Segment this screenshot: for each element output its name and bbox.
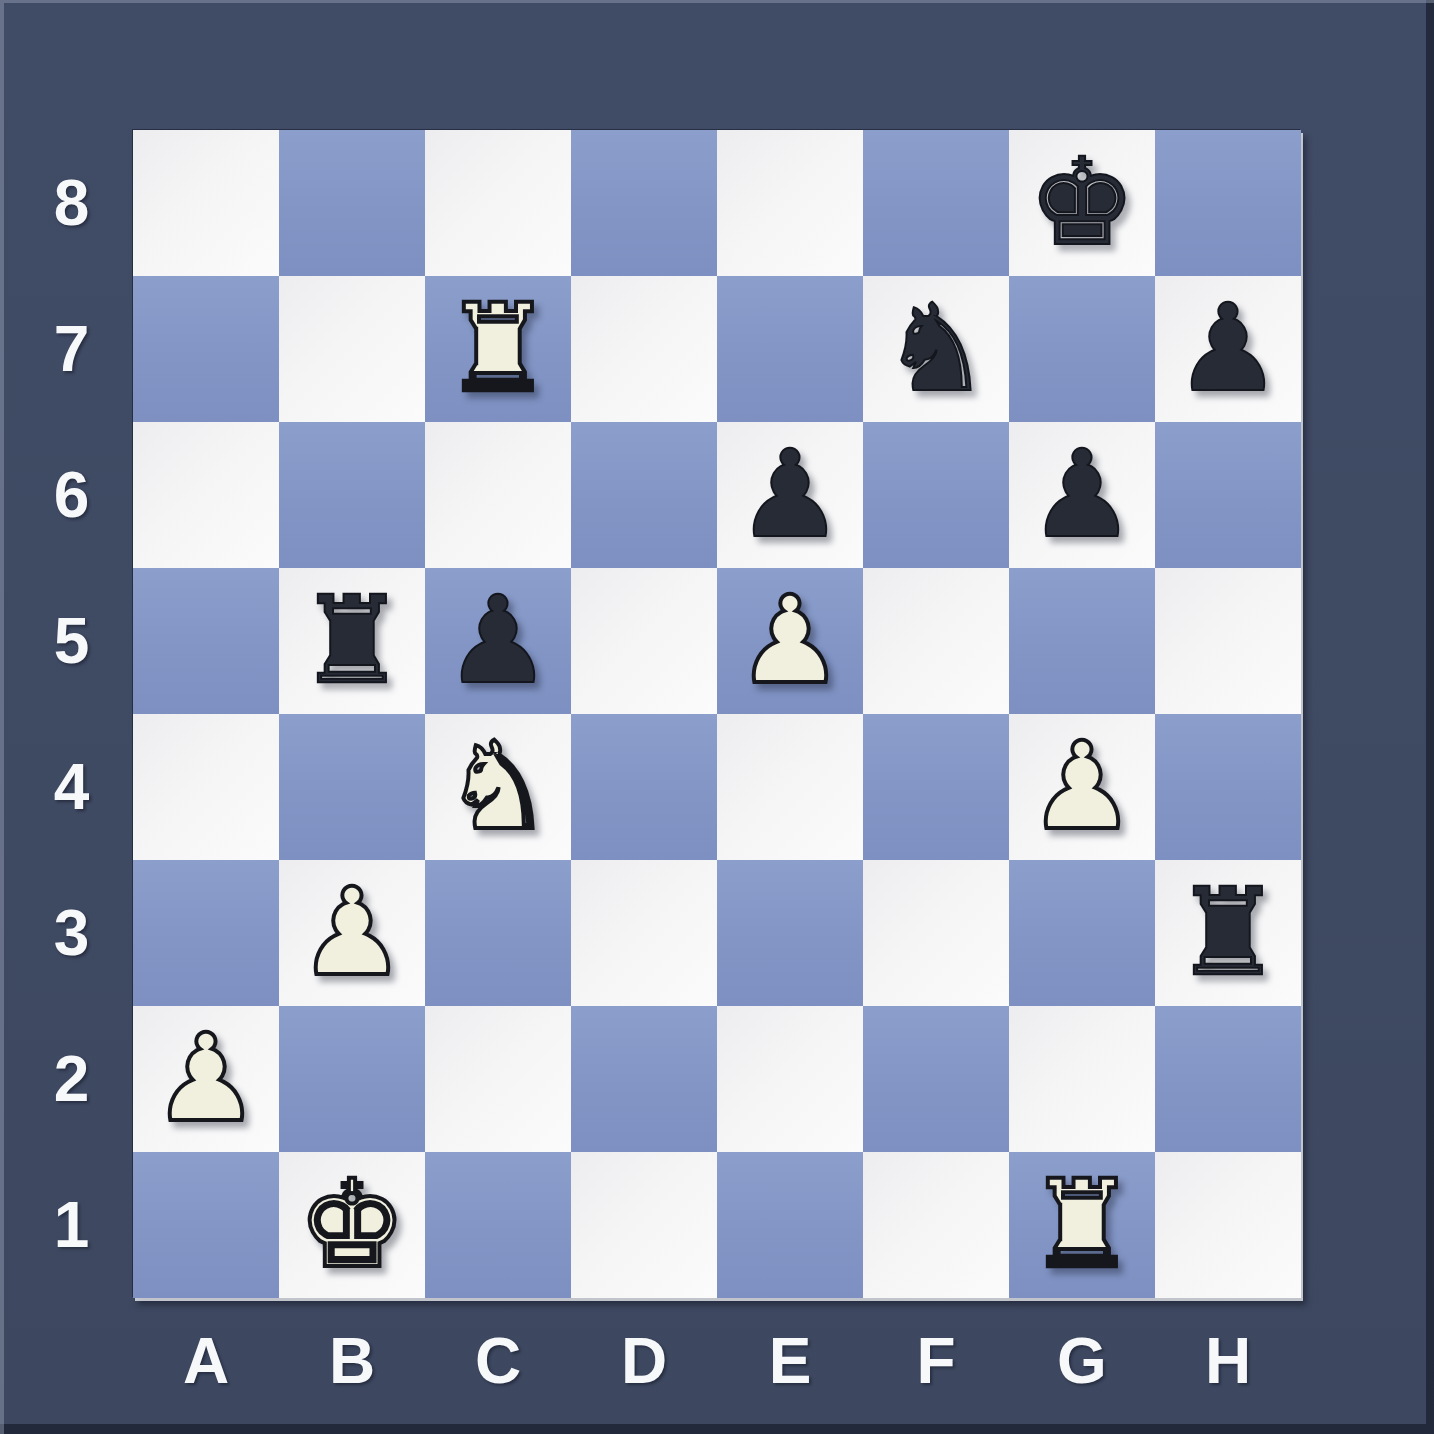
square-a3[interactable] xyxy=(133,860,279,1006)
file-label-b: B xyxy=(279,1298,425,1424)
square-a7[interactable] xyxy=(133,276,279,422)
board-frame: 87654321 ♚♜♞♟♟♟♜♟♟♞♟♟♜♟♚♜ ABCDEFGH xyxy=(0,0,1434,1434)
file-label-a: A xyxy=(133,1298,279,1424)
square-f3[interactable] xyxy=(863,860,1009,1006)
square-b8[interactable] xyxy=(279,130,425,276)
square-g6[interactable]: ♟ xyxy=(1009,422,1155,568)
square-g3[interactable] xyxy=(1009,860,1155,1006)
chess-board: ♚♜♞♟♟♟♜♟♟♞♟♟♜♟♚♜ xyxy=(133,130,1301,1298)
square-h4[interactable] xyxy=(1155,714,1301,860)
square-c4[interactable]: ♞ xyxy=(425,714,571,860)
square-c1[interactable] xyxy=(425,1152,571,1298)
rank-label-2: 2 xyxy=(0,1006,133,1152)
square-c5[interactable]: ♟ xyxy=(425,568,571,714)
square-a6[interactable] xyxy=(133,422,279,568)
white-pawn-piece[interactable]: ♟ xyxy=(736,568,844,714)
square-d4[interactable] xyxy=(571,714,717,860)
square-g4[interactable]: ♟ xyxy=(1009,714,1155,860)
square-d6[interactable] xyxy=(571,422,717,568)
square-d5[interactable] xyxy=(571,568,717,714)
square-g1[interactable]: ♜ xyxy=(1009,1152,1155,1298)
square-a8[interactable] xyxy=(133,130,279,276)
square-c7[interactable]: ♜ xyxy=(425,276,571,422)
square-f8[interactable] xyxy=(863,130,1009,276)
black-knight-piece[interactable]: ♞ xyxy=(882,276,990,422)
file-label-d: D xyxy=(571,1298,717,1424)
square-f4[interactable] xyxy=(863,714,1009,860)
rank-label-3: 3 xyxy=(0,860,133,1006)
square-h6[interactable] xyxy=(1155,422,1301,568)
square-d1[interactable] xyxy=(571,1152,717,1298)
black-rook-piece[interactable]: ♜ xyxy=(298,568,406,714)
white-rook-piece[interactable]: ♜ xyxy=(1028,1152,1136,1298)
white-king-piece[interactable]: ♚ xyxy=(298,1152,406,1298)
black-pawn-piece[interactable]: ♟ xyxy=(444,568,552,714)
black-pawn-piece[interactable]: ♟ xyxy=(736,422,844,568)
square-b6[interactable] xyxy=(279,422,425,568)
white-pawn-piece[interactable]: ♟ xyxy=(298,860,406,1006)
square-f1[interactable] xyxy=(863,1152,1009,1298)
square-e5[interactable]: ♟ xyxy=(717,568,863,714)
square-f6[interactable] xyxy=(863,422,1009,568)
rank-label-1: 1 xyxy=(0,1152,133,1298)
square-d8[interactable] xyxy=(571,130,717,276)
square-b2[interactable] xyxy=(279,1006,425,1152)
rank-label-5: 5 xyxy=(0,568,133,714)
black-pawn-piece[interactable]: ♟ xyxy=(1174,276,1282,422)
square-d2[interactable] xyxy=(571,1006,717,1152)
square-b3[interactable]: ♟ xyxy=(279,860,425,1006)
square-c6[interactable] xyxy=(425,422,571,568)
square-h5[interactable] xyxy=(1155,568,1301,714)
square-e3[interactable] xyxy=(717,860,863,1006)
square-a1[interactable] xyxy=(133,1152,279,1298)
square-h8[interactable] xyxy=(1155,130,1301,276)
square-g7[interactable] xyxy=(1009,276,1155,422)
square-b7[interactable] xyxy=(279,276,425,422)
square-g8[interactable]: ♚ xyxy=(1009,130,1155,276)
file-label-f: F xyxy=(863,1298,1009,1424)
square-d3[interactable] xyxy=(571,860,717,1006)
file-labels: ABCDEFGH xyxy=(133,1298,1301,1424)
white-pawn-piece[interactable]: ♟ xyxy=(1028,714,1136,860)
square-e2[interactable] xyxy=(717,1006,863,1152)
square-e8[interactable] xyxy=(717,130,863,276)
white-pawn-piece[interactable]: ♟ xyxy=(152,1006,260,1152)
square-h2[interactable] xyxy=(1155,1006,1301,1152)
file-label-e: E xyxy=(717,1298,863,1424)
rank-label-4: 4 xyxy=(0,714,133,860)
rank-labels: 87654321 xyxy=(0,130,133,1298)
rank-label-7: 7 xyxy=(0,276,133,422)
square-d7[interactable] xyxy=(571,276,717,422)
square-a5[interactable] xyxy=(133,568,279,714)
rank-label-8: 8 xyxy=(0,130,133,276)
square-c3[interactable] xyxy=(425,860,571,1006)
white-knight-piece[interactable]: ♞ xyxy=(444,714,552,860)
white-rook-piece[interactable]: ♜ xyxy=(444,276,552,422)
square-a2[interactable]: ♟ xyxy=(133,1006,279,1152)
square-h1[interactable] xyxy=(1155,1152,1301,1298)
square-f5[interactable] xyxy=(863,568,1009,714)
black-king-piece[interactable]: ♚ xyxy=(1028,130,1136,276)
square-b1[interactable]: ♚ xyxy=(279,1152,425,1298)
square-g5[interactable] xyxy=(1009,568,1155,714)
black-pawn-piece[interactable]: ♟ xyxy=(1028,422,1136,568)
file-label-g: G xyxy=(1009,1298,1155,1424)
square-h7[interactable]: ♟ xyxy=(1155,276,1301,422)
square-g2[interactable] xyxy=(1009,1006,1155,1152)
rank-label-6: 6 xyxy=(0,422,133,568)
black-rook-piece[interactable]: ♜ xyxy=(1174,860,1282,1006)
square-e6[interactable]: ♟ xyxy=(717,422,863,568)
square-e7[interactable] xyxy=(717,276,863,422)
square-f2[interactable] xyxy=(863,1006,1009,1152)
square-b4[interactable] xyxy=(279,714,425,860)
square-b5[interactable]: ♜ xyxy=(279,568,425,714)
square-e4[interactable] xyxy=(717,714,863,860)
square-e1[interactable] xyxy=(717,1152,863,1298)
square-f7[interactable]: ♞ xyxy=(863,276,1009,422)
square-c8[interactable] xyxy=(425,130,571,276)
file-label-c: C xyxy=(425,1298,571,1424)
square-a4[interactable] xyxy=(133,714,279,860)
square-h3[interactable]: ♜ xyxy=(1155,860,1301,1006)
file-label-h: H xyxy=(1155,1298,1301,1424)
square-c2[interactable] xyxy=(425,1006,571,1152)
